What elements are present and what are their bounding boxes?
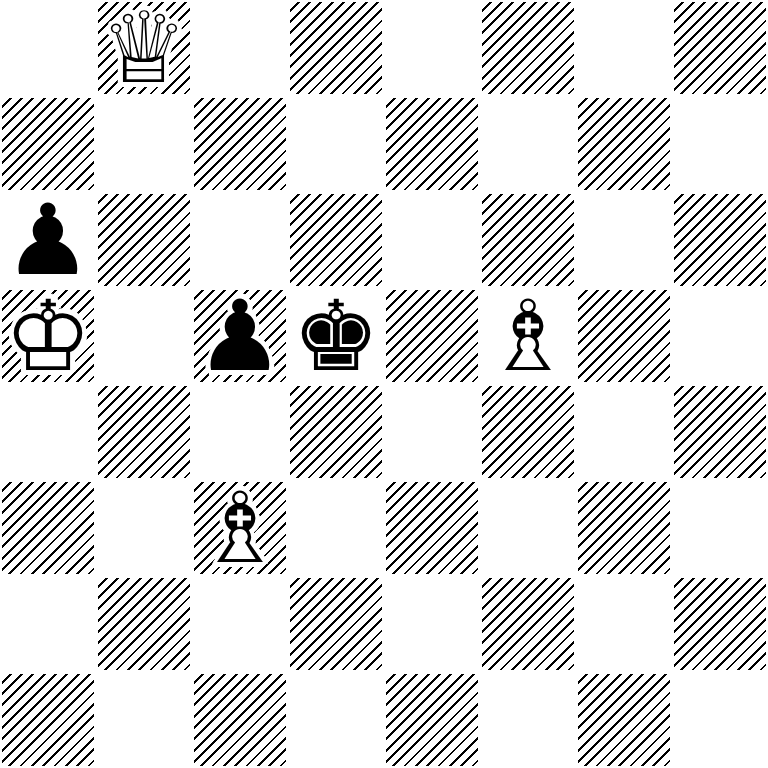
- square-e8[interactable]: [384, 0, 480, 96]
- square-e5[interactable]: [384, 288, 480, 384]
- white-king-piece[interactable]: ♚♔: [0, 288, 96, 384]
- square-d5[interactable]: ♚: [288, 288, 384, 384]
- square-f7[interactable]: [480, 96, 576, 192]
- square-c5[interactable]: ♟: [192, 288, 288, 384]
- square-c4[interactable]: [192, 384, 288, 480]
- square-f2[interactable]: [480, 576, 576, 672]
- king-glyph-outline: ♔: [0, 288, 96, 384]
- square-b6[interactable]: [96, 192, 192, 288]
- king-glyph-fill: ♚: [288, 288, 384, 384]
- square-e1[interactable]: [384, 672, 480, 768]
- square-f8[interactable]: [480, 0, 576, 96]
- white-queen-piece[interactable]: ♛♕: [96, 0, 192, 96]
- square-g1[interactable]: [576, 672, 672, 768]
- square-h1[interactable]: [672, 672, 768, 768]
- black-king-piece[interactable]: ♚: [288, 288, 384, 384]
- square-b7[interactable]: [96, 96, 192, 192]
- square-c1[interactable]: [192, 672, 288, 768]
- square-b1[interactable]: [96, 672, 192, 768]
- square-a4[interactable]: [0, 384, 96, 480]
- square-a5[interactable]: ♚♔: [0, 288, 96, 384]
- square-e4[interactable]: [384, 384, 480, 480]
- square-g3[interactable]: [576, 480, 672, 576]
- square-b3[interactable]: [96, 480, 192, 576]
- white-bishop-piece[interactable]: ♝♗: [480, 288, 576, 384]
- square-h7[interactable]: [672, 96, 768, 192]
- bishop-glyph-outline: ♗: [192, 480, 288, 576]
- square-c6[interactable]: [192, 192, 288, 288]
- square-d7[interactable]: [288, 96, 384, 192]
- square-e7[interactable]: [384, 96, 480, 192]
- black-pawn-piece[interactable]: ♟: [192, 288, 288, 384]
- square-a7[interactable]: [0, 96, 96, 192]
- square-b8[interactable]: ♛♕: [96, 0, 192, 96]
- square-d1[interactable]: [288, 672, 384, 768]
- white-bishop-piece[interactable]: ♝♗: [192, 480, 288, 576]
- square-d4[interactable]: [288, 384, 384, 480]
- queen-glyph-outline: ♕: [96, 0, 192, 96]
- square-f6[interactable]: [480, 192, 576, 288]
- square-a6[interactable]: ♟: [0, 192, 96, 288]
- square-d2[interactable]: [288, 576, 384, 672]
- square-e2[interactable]: [384, 576, 480, 672]
- square-h3[interactable]: [672, 480, 768, 576]
- square-e6[interactable]: [384, 192, 480, 288]
- square-a3[interactable]: [0, 480, 96, 576]
- square-a8[interactable]: [0, 0, 96, 96]
- pawn-glyph-fill: ♟: [0, 192, 96, 288]
- square-c2[interactable]: [192, 576, 288, 672]
- square-d8[interactable]: [288, 0, 384, 96]
- chess-board: ♛♕♟♚♔♟♚♝♗♝♗: [0, 0, 768, 768]
- square-b5[interactable]: [96, 288, 192, 384]
- bishop-glyph-outline: ♗: [480, 288, 576, 384]
- square-h2[interactable]: [672, 576, 768, 672]
- square-h4[interactable]: [672, 384, 768, 480]
- square-f1[interactable]: [480, 672, 576, 768]
- pawn-glyph-fill: ♟: [192, 288, 288, 384]
- square-g4[interactable]: [576, 384, 672, 480]
- square-g2[interactable]: [576, 576, 672, 672]
- square-c8[interactable]: [192, 0, 288, 96]
- square-g7[interactable]: [576, 96, 672, 192]
- square-b4[interactable]: [96, 384, 192, 480]
- square-f4[interactable]: [480, 384, 576, 480]
- square-a2[interactable]: [0, 576, 96, 672]
- square-e3[interactable]: [384, 480, 480, 576]
- square-b2[interactable]: [96, 576, 192, 672]
- square-h5[interactable]: [672, 288, 768, 384]
- square-h6[interactable]: [672, 192, 768, 288]
- square-c3[interactable]: ♝♗: [192, 480, 288, 576]
- square-c7[interactable]: [192, 96, 288, 192]
- square-d3[interactable]: [288, 480, 384, 576]
- square-f3[interactable]: [480, 480, 576, 576]
- square-g8[interactable]: [576, 0, 672, 96]
- square-g6[interactable]: [576, 192, 672, 288]
- square-h8[interactable]: [672, 0, 768, 96]
- square-a1[interactable]: [0, 672, 96, 768]
- square-d6[interactable]: [288, 192, 384, 288]
- square-f5[interactable]: ♝♗: [480, 288, 576, 384]
- black-pawn-piece[interactable]: ♟: [0, 192, 96, 288]
- square-g5[interactable]: [576, 288, 672, 384]
